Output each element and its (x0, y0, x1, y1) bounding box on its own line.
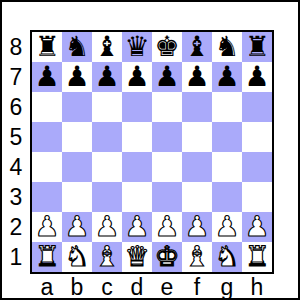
file-label-c: c (92, 275, 122, 300)
file-label-h: h (242, 275, 272, 300)
square-g5[interactable] (212, 122, 242, 152)
file-label-d: d (122, 275, 152, 300)
square-c4[interactable] (92, 152, 122, 182)
square-e3[interactable] (152, 182, 182, 212)
square-h3[interactable] (242, 182, 272, 212)
square-e8[interactable]: ♚ (152, 32, 182, 62)
square-g7[interactable]: ♟ (212, 62, 242, 92)
square-b6[interactable] (62, 92, 92, 122)
square-d1[interactable]: ♛ (122, 242, 152, 272)
square-b2[interactable]: ♟ (62, 212, 92, 242)
white-rook-h1: ♜ (244, 243, 269, 271)
square-b5[interactable] (62, 122, 92, 152)
file-label-e: e (152, 275, 182, 300)
white-pawn-b2: ♟ (64, 213, 89, 241)
square-a2[interactable]: ♟ (32, 212, 62, 242)
square-f3[interactable] (182, 182, 212, 212)
square-h6[interactable] (242, 92, 272, 122)
square-a8[interactable]: ♜ (32, 32, 62, 62)
file-label-g: g (212, 275, 242, 300)
square-g8[interactable]: ♞ (212, 32, 242, 62)
black-rook-a8: ♜ (34, 33, 59, 61)
black-pawn-a7: ♟ (34, 63, 59, 91)
square-c5[interactable] (92, 122, 122, 152)
black-pawn-c7: ♟ (94, 63, 119, 91)
square-g1[interactable]: ♞ (212, 242, 242, 272)
square-d2[interactable]: ♟ (122, 212, 152, 242)
black-pawn-b7: ♟ (64, 63, 89, 91)
square-d7[interactable]: ♟ (122, 62, 152, 92)
square-d6[interactable] (122, 92, 152, 122)
square-b7[interactable]: ♟ (62, 62, 92, 92)
square-e6[interactable] (152, 92, 182, 122)
square-f2[interactable]: ♟ (182, 212, 212, 242)
white-king-e1: ♚ (154, 243, 179, 271)
square-c3[interactable] (92, 182, 122, 212)
square-e5[interactable] (152, 122, 182, 152)
square-f5[interactable] (182, 122, 212, 152)
chess-board: ♜♞♝♛♚♝♞♜♟♟♟♟♟♟♟♟♟♟♟♟♟♟♟♟♜♞♝♛♚♝♞♜ (30, 30, 274, 274)
square-b8[interactable]: ♞ (62, 32, 92, 62)
square-e2[interactable]: ♟ (152, 212, 182, 242)
square-a7[interactable]: ♟ (32, 62, 62, 92)
square-b4[interactable] (62, 152, 92, 182)
square-g3[interactable] (212, 182, 242, 212)
square-d3[interactable] (122, 182, 152, 212)
square-f4[interactable] (182, 152, 212, 182)
file-label-f: f (182, 275, 212, 300)
square-e4[interactable] (152, 152, 182, 182)
square-g4[interactable] (212, 152, 242, 182)
white-queen-d1: ♛ (124, 243, 149, 271)
white-pawn-e2: ♟ (154, 213, 179, 241)
square-g2[interactable]: ♟ (212, 212, 242, 242)
white-bishop-c1: ♝ (94, 243, 119, 271)
black-knight-g8: ♞ (214, 33, 239, 61)
rank-label-1: 1 (4, 242, 28, 272)
chess-diagram-frame: ♜♞♝♛♚♝♞♜♟♟♟♟♟♟♟♟♟♟♟♟♟♟♟♟♜♞♝♛♚♝♞♜ 8765432… (0, 0, 300, 300)
square-a3[interactable] (32, 182, 62, 212)
white-bishop-f1: ♝ (184, 243, 209, 271)
white-knight-b1: ♞ (64, 243, 89, 271)
square-c2[interactable]: ♟ (92, 212, 122, 242)
square-d4[interactable] (122, 152, 152, 182)
square-a6[interactable] (32, 92, 62, 122)
white-rook-a1: ♜ (34, 243, 59, 271)
black-pawn-g7: ♟ (214, 63, 239, 91)
white-knight-g1: ♞ (214, 243, 239, 271)
black-knight-b8: ♞ (64, 33, 89, 61)
square-c1[interactable]: ♝ (92, 242, 122, 272)
black-queen-d8: ♛ (124, 33, 149, 61)
rank-label-4: 4 (4, 152, 28, 182)
square-f7[interactable]: ♟ (182, 62, 212, 92)
rank-label-6: 6 (4, 92, 28, 122)
white-pawn-d2: ♟ (124, 213, 149, 241)
file-label-b: b (62, 275, 92, 300)
white-pawn-h2: ♟ (244, 213, 269, 241)
rank-label-2: 2 (4, 212, 28, 242)
rank-label-3: 3 (4, 182, 28, 212)
rank-label-5: 5 (4, 122, 28, 152)
square-b1[interactable]: ♞ (62, 242, 92, 272)
black-pawn-e7: ♟ (154, 63, 179, 91)
square-d5[interactable] (122, 122, 152, 152)
square-g6[interactable] (212, 92, 242, 122)
square-d8[interactable]: ♛ (122, 32, 152, 62)
square-e7[interactable]: ♟ (152, 62, 182, 92)
black-rook-h8: ♜ (244, 33, 269, 61)
black-pawn-d7: ♟ (124, 63, 149, 91)
black-king-e8: ♚ (154, 33, 179, 61)
square-a4[interactable] (32, 152, 62, 182)
white-pawn-g2: ♟ (214, 213, 239, 241)
square-h5[interactable] (242, 122, 272, 152)
square-f1[interactable]: ♝ (182, 242, 212, 272)
white-pawn-a2: ♟ (34, 213, 59, 241)
square-b3[interactable] (62, 182, 92, 212)
square-f8[interactable]: ♝ (182, 32, 212, 62)
square-h4[interactable] (242, 152, 272, 182)
black-pawn-f7: ♟ (184, 63, 209, 91)
square-c7[interactable]: ♟ (92, 62, 122, 92)
square-h7[interactable]: ♟ (242, 62, 272, 92)
square-h2[interactable]: ♟ (242, 212, 272, 242)
black-bishop-c8: ♝ (94, 33, 119, 61)
black-bishop-f8: ♝ (184, 33, 209, 61)
white-pawn-c2: ♟ (94, 213, 119, 241)
square-c6[interactable] (92, 92, 122, 122)
white-pawn-f2: ♟ (184, 213, 209, 241)
rank-label-8: 8 (4, 32, 28, 62)
square-e1[interactable]: ♚ (152, 242, 182, 272)
black-pawn-h7: ♟ (244, 63, 269, 91)
square-h1[interactable]: ♜ (242, 242, 272, 272)
square-f6[interactable] (182, 92, 212, 122)
square-c8[interactable]: ♝ (92, 32, 122, 62)
square-a5[interactable] (32, 122, 62, 152)
square-a1[interactable]: ♜ (32, 242, 62, 272)
file-label-a: a (32, 275, 62, 300)
rank-label-7: 7 (4, 62, 28, 92)
square-h8[interactable]: ♜ (242, 32, 272, 62)
